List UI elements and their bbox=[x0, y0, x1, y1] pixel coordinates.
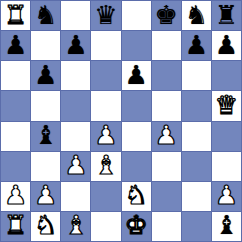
square-e7[interactable] bbox=[122, 31, 151, 60]
chess-board: ♜♞♛♚♞♜♟♟♟♟♟♟♛♝♟♟♟♝♟♟♞♟♜♞♝♚♝ bbox=[0, 0, 242, 242]
square-a8[interactable]: ♜ bbox=[1, 1, 30, 30]
square-h3[interactable] bbox=[212, 152, 241, 181]
square-g1[interactable] bbox=[182, 212, 211, 241]
square-d6[interactable] bbox=[91, 61, 120, 90]
square-e4[interactable] bbox=[122, 122, 151, 151]
square-e5[interactable] bbox=[122, 91, 151, 120]
square-c1[interactable]: ♝ bbox=[61, 212, 90, 241]
square-c4[interactable] bbox=[61, 122, 90, 151]
square-g7[interactable]: ♟ bbox=[182, 31, 211, 60]
square-b2[interactable]: ♟ bbox=[31, 182, 60, 211]
square-g3[interactable] bbox=[182, 152, 211, 181]
piece-black-knight[interactable]: ♞ bbox=[185, 2, 208, 28]
piece-black-rook[interactable]: ♜ bbox=[215, 2, 238, 28]
square-c7[interactable]: ♟ bbox=[61, 31, 90, 60]
square-g2[interactable] bbox=[182, 182, 211, 211]
square-b7[interactable] bbox=[31, 31, 60, 60]
square-d3[interactable]: ♝ bbox=[91, 152, 120, 181]
square-f3[interactable] bbox=[152, 152, 181, 181]
square-b4[interactable]: ♝ bbox=[31, 122, 60, 151]
square-g5[interactable] bbox=[182, 91, 211, 120]
square-h4[interactable] bbox=[212, 122, 241, 151]
square-a7[interactable]: ♟ bbox=[1, 31, 30, 60]
piece-white-king[interactable]: ♚ bbox=[124, 212, 147, 238]
piece-black-bishop[interactable]: ♝ bbox=[34, 122, 57, 148]
square-h1[interactable]: ♝ bbox=[212, 212, 241, 241]
square-b1[interactable]: ♞ bbox=[31, 212, 60, 241]
square-a2[interactable]: ♟ bbox=[1, 182, 30, 211]
square-f2[interactable] bbox=[152, 182, 181, 211]
square-f5[interactable] bbox=[152, 91, 181, 120]
square-c3[interactable]: ♟ bbox=[61, 152, 90, 181]
piece-black-queen[interactable]: ♛ bbox=[94, 2, 117, 28]
square-c2[interactable] bbox=[61, 182, 90, 211]
square-f7[interactable] bbox=[152, 31, 181, 60]
piece-black-pawn[interactable]: ♟ bbox=[4, 32, 27, 58]
square-g4[interactable] bbox=[182, 122, 211, 151]
piece-white-bishop[interactable]: ♝ bbox=[64, 212, 87, 238]
square-g6[interactable] bbox=[182, 61, 211, 90]
square-d4[interactable]: ♟ bbox=[91, 122, 120, 151]
square-b6[interactable]: ♟ bbox=[31, 61, 60, 90]
square-f1[interactable] bbox=[152, 212, 181, 241]
piece-black-bishop[interactable]: ♝ bbox=[215, 212, 238, 238]
square-e8[interactable] bbox=[122, 1, 151, 30]
piece-white-pawn[interactable]: ♟ bbox=[4, 182, 27, 208]
square-a3[interactable] bbox=[1, 152, 30, 181]
piece-black-king[interactable]: ♚ bbox=[155, 2, 178, 28]
square-d5[interactable] bbox=[91, 91, 120, 120]
square-b3[interactable] bbox=[31, 152, 60, 181]
square-h7[interactable]: ♟ bbox=[212, 31, 241, 60]
square-f8[interactable]: ♚ bbox=[152, 1, 181, 30]
square-f4[interactable]: ♟ bbox=[152, 122, 181, 151]
piece-black-pawn[interactable]: ♟ bbox=[64, 32, 87, 58]
square-a1[interactable]: ♜ bbox=[1, 212, 30, 241]
piece-white-knight[interactable]: ♞ bbox=[34, 212, 57, 238]
square-h8[interactable]: ♜ bbox=[212, 1, 241, 30]
square-d2[interactable] bbox=[91, 182, 120, 211]
square-e3[interactable] bbox=[122, 152, 151, 181]
piece-white-pawn[interactable]: ♟ bbox=[94, 122, 117, 148]
piece-black-pawn[interactable]: ♟ bbox=[124, 62, 147, 88]
square-d7[interactable] bbox=[91, 31, 120, 60]
piece-black-pawn[interactable]: ♟ bbox=[185, 32, 208, 58]
piece-black-pawn[interactable]: ♟ bbox=[215, 32, 238, 58]
piece-white-bishop[interactable]: ♝ bbox=[94, 152, 117, 178]
piece-white-queen[interactable]: ♛ bbox=[215, 92, 238, 118]
square-e1[interactable]: ♚ bbox=[122, 212, 151, 241]
piece-white-pawn[interactable]: ♟ bbox=[215, 182, 238, 208]
square-c8[interactable] bbox=[61, 1, 90, 30]
square-e2[interactable]: ♞ bbox=[122, 182, 151, 211]
piece-black-pawn[interactable]: ♟ bbox=[34, 62, 57, 88]
piece-white-rook[interactable]: ♜ bbox=[4, 212, 27, 238]
square-a6[interactable] bbox=[1, 61, 30, 90]
square-c6[interactable] bbox=[61, 61, 90, 90]
square-d1[interactable] bbox=[91, 212, 120, 241]
square-h5[interactable]: ♛ bbox=[212, 91, 241, 120]
piece-white-rook[interactable]: ♜ bbox=[4, 2, 27, 28]
piece-white-pawn[interactable]: ♟ bbox=[34, 182, 57, 208]
square-g8[interactable]: ♞ bbox=[182, 1, 211, 30]
piece-black-knight[interactable]: ♞ bbox=[34, 2, 57, 28]
square-h6[interactable] bbox=[212, 61, 241, 90]
piece-white-knight[interactable]: ♞ bbox=[124, 182, 147, 208]
square-a4[interactable] bbox=[1, 122, 30, 151]
square-b5[interactable] bbox=[31, 91, 60, 120]
square-b8[interactable]: ♞ bbox=[31, 1, 60, 30]
square-a5[interactable] bbox=[1, 91, 30, 120]
piece-white-pawn[interactable]: ♟ bbox=[155, 122, 178, 148]
square-c5[interactable] bbox=[61, 91, 90, 120]
square-f6[interactable] bbox=[152, 61, 181, 90]
piece-white-pawn[interactable]: ♟ bbox=[64, 152, 87, 178]
square-h2[interactable]: ♟ bbox=[212, 182, 241, 211]
square-d8[interactable]: ♛ bbox=[91, 1, 120, 30]
square-e6[interactable]: ♟ bbox=[122, 61, 151, 90]
